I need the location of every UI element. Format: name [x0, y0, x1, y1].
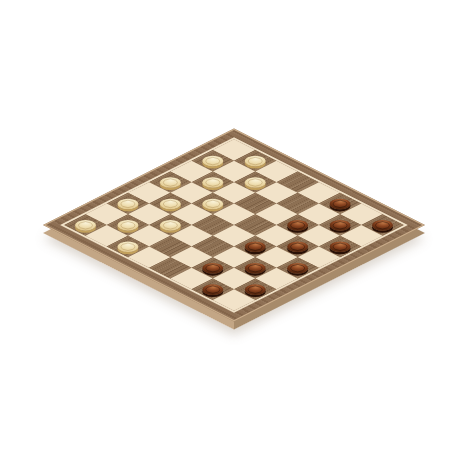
- product-photo-scene: [0, 0, 458, 458]
- board-pinstripe-border: [60, 137, 408, 313]
- checkers-board-frame: [43, 129, 425, 322]
- board-3d-wrap: [234, 225, 458, 458]
- board-grid: [64, 139, 403, 310]
